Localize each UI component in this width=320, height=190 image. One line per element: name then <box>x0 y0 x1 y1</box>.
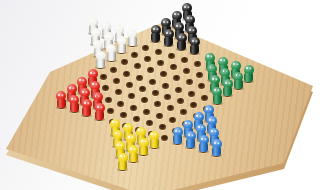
peg-body <box>212 147 221 156</box>
board-holes-and-pegs <box>0 0 320 190</box>
board-hole[interactable] <box>177 98 184 104</box>
board-hole[interactable] <box>147 67 154 73</box>
peg-body <box>199 143 208 152</box>
peg-body <box>151 33 160 42</box>
peg-body <box>118 161 127 170</box>
peg-body <box>128 37 137 46</box>
peg-body <box>177 41 186 50</box>
peg-body <box>107 52 116 61</box>
peg-red[interactable] <box>94 103 105 120</box>
board-hole[interactable] <box>141 97 148 103</box>
board-hole[interactable] <box>113 78 120 84</box>
peg-body <box>117 44 126 53</box>
peg-body <box>173 135 182 144</box>
board-hole[interactable] <box>156 113 163 119</box>
board-hole[interactable] <box>128 93 135 99</box>
peg-green[interactable] <box>212 87 223 104</box>
board-hole[interactable] <box>136 75 143 81</box>
board-hole[interactable] <box>159 124 166 130</box>
board-hole[interactable] <box>154 101 161 107</box>
peg-body <box>57 99 66 108</box>
board-hole[interactable] <box>107 108 114 114</box>
board-hole[interactable] <box>160 71 167 77</box>
peg-black[interactable] <box>163 29 174 46</box>
peg-body <box>186 139 195 148</box>
peg-white[interactable] <box>116 36 127 53</box>
board-hole[interactable] <box>183 68 190 74</box>
peg-green[interactable] <box>243 65 254 82</box>
peg-body <box>95 111 104 120</box>
peg-body <box>244 73 253 82</box>
board-hole[interactable] <box>139 86 146 92</box>
board-hole[interactable] <box>102 85 109 91</box>
peg-blue[interactable] <box>185 131 196 148</box>
board-hole[interactable] <box>155 49 162 55</box>
peg-green[interactable] <box>233 72 244 89</box>
board-hole[interactable] <box>117 101 124 107</box>
board-hole[interactable] <box>121 59 128 65</box>
board-hole[interactable] <box>110 67 117 73</box>
board-hole[interactable] <box>201 95 208 101</box>
board-hole[interactable] <box>105 97 112 103</box>
board-hole[interactable] <box>149 79 156 85</box>
peg-black[interactable] <box>189 37 200 54</box>
peg-white[interactable] <box>127 29 138 46</box>
peg-body <box>234 80 243 89</box>
board-hole[interactable] <box>120 112 127 118</box>
board-hole[interactable] <box>143 109 150 115</box>
board-hole[interactable] <box>190 102 197 108</box>
board-hole[interactable] <box>181 57 188 63</box>
peg-body <box>213 95 222 104</box>
peg-body <box>96 59 105 68</box>
board-hole[interactable] <box>168 53 175 59</box>
board-hole[interactable] <box>100 74 107 80</box>
peg-white[interactable] <box>106 44 117 61</box>
peg-yellow[interactable] <box>128 145 139 162</box>
board-hole[interactable] <box>164 94 171 100</box>
board-hole[interactable] <box>130 105 137 111</box>
board-hole[interactable] <box>126 82 133 88</box>
peg-yellow[interactable] <box>117 153 128 170</box>
peg-body <box>139 146 148 155</box>
peg-blue[interactable] <box>198 135 209 152</box>
board-hole[interactable] <box>123 71 130 77</box>
board-hole[interactable] <box>194 61 201 67</box>
peg-blue[interactable] <box>172 127 183 144</box>
board-hole[interactable] <box>186 79 193 85</box>
board-hole[interactable] <box>144 56 151 62</box>
board-hole[interactable] <box>170 64 177 70</box>
board-hole[interactable] <box>131 52 138 58</box>
board-hole[interactable] <box>146 120 153 126</box>
peg-body <box>223 87 232 96</box>
board-hole[interactable] <box>115 89 122 95</box>
board-hole[interactable] <box>198 83 205 89</box>
board-hole[interactable] <box>180 109 187 115</box>
peg-yellow[interactable] <box>138 138 149 155</box>
board-hole[interactable] <box>161 135 168 141</box>
board-hole[interactable] <box>175 87 182 93</box>
peg-green[interactable] <box>222 79 233 96</box>
peg-black[interactable] <box>176 33 187 50</box>
board-hole[interactable] <box>157 60 164 66</box>
board-hole[interactable] <box>162 83 169 89</box>
board-hole[interactable] <box>142 45 149 51</box>
peg-body <box>190 45 199 54</box>
chinese-checkers-photo <box>0 0 320 190</box>
board-hole[interactable] <box>133 116 140 122</box>
peg-body <box>164 37 173 46</box>
board-hole[interactable] <box>188 91 195 97</box>
peg-red[interactable] <box>69 95 80 112</box>
board-hole[interactable] <box>196 72 203 78</box>
peg-white[interactable] <box>95 51 106 68</box>
peg-body <box>150 139 159 148</box>
board-hole[interactable] <box>134 63 141 69</box>
peg-black[interactable] <box>150 25 161 42</box>
board-hole[interactable] <box>169 117 176 123</box>
peg-red[interactable] <box>56 91 67 108</box>
peg-blue[interactable] <box>211 139 222 156</box>
peg-body <box>70 103 79 112</box>
board-hole[interactable] <box>173 75 180 81</box>
peg-body <box>82 107 91 116</box>
peg-body <box>129 153 138 162</box>
peg-red[interactable] <box>81 99 92 116</box>
board-hole[interactable] <box>167 105 174 111</box>
peg-yellow[interactable] <box>149 131 160 148</box>
board-hole[interactable] <box>152 90 159 96</box>
